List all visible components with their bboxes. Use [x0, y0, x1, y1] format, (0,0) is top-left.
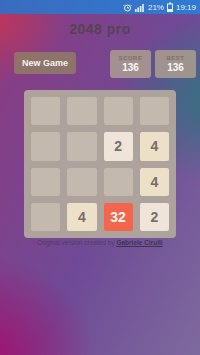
board-cell-empty — [104, 97, 133, 125]
app-title: 2048 pro — [0, 21, 200, 37]
status-bar: 21% 19:19 — [0, 0, 200, 14]
best-label: BEST — [166, 55, 184, 61]
score-label: SCORE — [119, 55, 143, 61]
attribution-link[interactable]: Gabriele Cirulli — [116, 239, 162, 246]
battery-percent: 21% — [148, 3, 164, 12]
best-box: BEST 136 — [155, 50, 196, 78]
board-cell-empty — [104, 168, 133, 196]
new-game-button[interactable]: New Game — [14, 52, 76, 74]
battery-icon — [167, 2, 173, 12]
board-cell-empty — [31, 97, 60, 125]
signal-icon — [135, 3, 145, 12]
board-cell-empty — [67, 97, 96, 125]
board[interactable]: 2444322 — [24, 90, 176, 238]
score-value: 136 — [122, 62, 139, 73]
clock-time: 19:19 — [176, 3, 196, 12]
board-cell-empty — [31, 168, 60, 196]
board-cell-empty — [31, 132, 60, 160]
tile-32: 32 — [104, 203, 133, 231]
alarm-icon — [123, 3, 132, 12]
score-box: SCORE 136 — [110, 50, 151, 78]
tile-4: 4 — [140, 168, 169, 196]
board-cell-empty — [67, 168, 96, 196]
attribution: Original version created by Gabriele Cir… — [0, 239, 200, 246]
board-cell-empty — [67, 132, 96, 160]
tile-2: 2 — [140, 203, 169, 231]
board-cell-empty — [140, 97, 169, 125]
tile-4: 4 — [140, 132, 169, 160]
phone-screen: 21% 19:19 2048 pro New Game SCORE 136 BE… — [0, 0, 200, 355]
tile-2: 2 — [104, 132, 133, 160]
board-cell-empty — [31, 203, 60, 231]
attribution-text: Original version created by — [37, 239, 116, 246]
best-value: 136 — [167, 62, 184, 73]
tile-4: 4 — [67, 203, 96, 231]
